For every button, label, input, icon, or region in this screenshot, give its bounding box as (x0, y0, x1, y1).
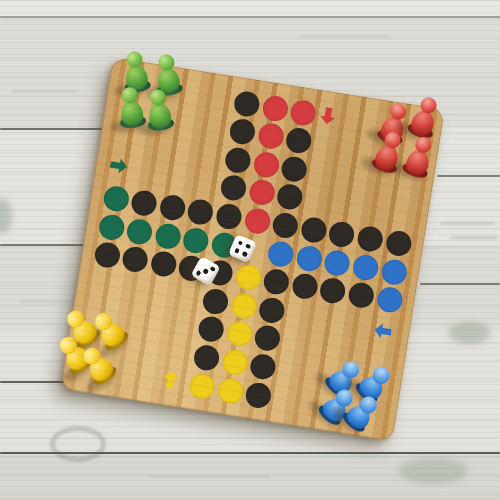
home-blue-circle[interactable] (380, 257, 409, 286)
knot-stain (50, 426, 106, 462)
track-black-circle[interactable] (149, 250, 178, 279)
wood-grain-streak (300, 35, 390, 38)
arrow-shape (109, 157, 128, 174)
home-red-circle[interactable] (243, 207, 272, 236)
ludo-board (60, 57, 444, 441)
pawn-head (413, 135, 433, 155)
track-black-circle[interactable] (319, 277, 348, 306)
track-black-circle[interactable] (253, 324, 282, 353)
pawn-head (92, 310, 116, 334)
pawn-shadow (110, 117, 145, 134)
pawn-green[interactable] (119, 50, 154, 95)
pawn-red[interactable] (399, 133, 441, 182)
red-start-arrow-icon (319, 106, 336, 125)
wood-grain-streak (440, 222, 495, 225)
pawn-base (322, 374, 350, 400)
track-black-circle[interactable] (356, 225, 385, 254)
pawn-green[interactable] (114, 85, 149, 130)
pawn-base (147, 117, 174, 132)
start-green-circle[interactable] (102, 184, 131, 213)
pawn-body (62, 342, 93, 373)
track-black-circle[interactable] (228, 117, 257, 146)
pawn-head (388, 102, 408, 122)
home-green-circle[interactable] (125, 217, 154, 246)
home-yellow-circle[interactable] (234, 263, 263, 292)
pawn-head (126, 51, 144, 69)
pawn-shadow (313, 369, 348, 400)
track-black-circle[interactable] (158, 193, 187, 222)
floor-stain (398, 458, 468, 484)
plank-gap (0, 16, 500, 18)
pawn-head (64, 307, 88, 331)
track-black-circle[interactable] (299, 216, 328, 245)
track-black-circle[interactable] (384, 229, 413, 258)
pawn-base (406, 121, 434, 140)
die-pip (195, 270, 201, 276)
pawn-base (119, 114, 146, 129)
die-showing-3[interactable] (191, 256, 221, 286)
green-start-arrow-icon (109, 157, 128, 174)
pawn-body (69, 316, 100, 347)
arrow-shape (319, 106, 336, 125)
pawn-body (356, 372, 387, 403)
wood-grain-streak (10, 90, 80, 93)
pawn-body (120, 100, 145, 127)
start-red-circle[interactable] (289, 98, 318, 127)
track-black-circle[interactable] (121, 245, 150, 274)
floor-stain (0, 198, 12, 234)
track-black-circle[interactable] (130, 189, 159, 218)
track-black-circle[interactable] (215, 202, 244, 231)
track-black-circle[interactable] (232, 89, 261, 118)
home-yellow-circle[interactable] (220, 348, 249, 377)
pawn-base (376, 128, 404, 147)
die-pip (234, 248, 240, 254)
start-yellow-circle[interactable] (188, 372, 217, 401)
die-pip (245, 243, 251, 249)
home-blue-circle[interactable] (295, 244, 324, 273)
track-black-circle[interactable] (280, 155, 309, 184)
plank-gap (437, 175, 500, 177)
track-black-circle[interactable] (201, 287, 230, 316)
track-black-circle[interactable] (290, 272, 319, 301)
pawn-head (157, 54, 175, 72)
pawn-base (124, 79, 151, 94)
pawn-base (353, 380, 381, 406)
track-black-circle[interactable] (249, 352, 278, 381)
pawn-head (57, 333, 81, 357)
track-black-circle[interactable] (276, 183, 305, 212)
yellow-start-arrow-icon (162, 370, 179, 389)
home-yellow-circle[interactable] (216, 376, 245, 405)
pawn-body (97, 319, 128, 350)
arrow-shape (162, 370, 179, 389)
pawn-body (148, 102, 173, 129)
track-black-circle[interactable] (177, 254, 206, 283)
pawn-head (80, 344, 104, 368)
pawn-head (149, 89, 167, 107)
start-blue-circle[interactable] (375, 286, 404, 315)
photo-scene (0, 0, 500, 500)
pawn-head (369, 364, 393, 388)
track-black-circle[interactable] (271, 211, 300, 240)
pawn-body (156, 67, 181, 94)
pawn-red[interactable] (373, 99, 415, 148)
pawn-shadow (365, 126, 401, 149)
die-pip (203, 268, 209, 274)
pawn-base (67, 352, 95, 377)
pawn-base (340, 409, 368, 435)
pawn-shadow (343, 375, 378, 406)
pawn-shadow (390, 160, 426, 183)
pawn-shadow (360, 155, 396, 178)
pawn-base (401, 161, 429, 180)
home-green-circle[interactable] (210, 230, 239, 259)
pawn-yellow[interactable] (73, 338, 122, 390)
pawn-head (383, 130, 403, 150)
blue-start-arrow-icon (373, 322, 392, 339)
die-showing-4[interactable] (228, 234, 257, 263)
die-pip (237, 240, 243, 246)
pawn-head (418, 95, 438, 115)
track-black-circle[interactable] (224, 146, 253, 175)
pawn-yellow[interactable] (84, 304, 133, 356)
pawn-shadow (84, 366, 119, 396)
track-black-circle[interactable] (93, 241, 122, 270)
pawn-shadow (330, 405, 365, 436)
pawn-blue[interactable] (314, 379, 364, 431)
pawn-shadow (68, 329, 103, 359)
pawn-body (378, 114, 406, 144)
track-black-circle[interactable] (192, 343, 221, 372)
pawn-base (156, 82, 183, 97)
track-black-circle[interactable] (219, 174, 248, 203)
wood-grain-streak (450, 236, 498, 239)
pawn-body (404, 147, 432, 177)
pawn-base (103, 329, 131, 354)
track-black-circle[interactable] (244, 381, 273, 410)
home-red-circle[interactable] (261, 94, 290, 123)
pawn-body (85, 353, 116, 384)
pawn-body (319, 394, 350, 425)
home-green-circle[interactable] (182, 226, 211, 255)
home-red-circle[interactable] (247, 178, 276, 207)
home-blue-circle[interactable] (267, 239, 296, 268)
pawn-head (121, 86, 139, 104)
home-blue-circle[interactable] (323, 248, 352, 277)
pawn-body (326, 366, 357, 397)
pawn-red[interactable] (368, 128, 410, 177)
floor-stain (448, 322, 490, 344)
pawn-body (409, 108, 437, 138)
wood-grain-streak (20, 300, 80, 303)
pawn-shadow (114, 81, 149, 98)
pawn-shadow (306, 398, 341, 429)
home-yellow-circle[interactable] (225, 320, 254, 349)
track-black-circle[interactable] (206, 259, 235, 288)
arrow-shape (373, 322, 392, 339)
pawn-blue[interactable] (351, 356, 401, 408)
pawn-shadow (396, 120, 432, 143)
pawn-green[interactable] (142, 88, 177, 133)
home-red-circle[interactable] (252, 150, 281, 179)
pawn-shadow (138, 119, 173, 136)
home-blue-circle[interactable] (351, 253, 380, 282)
track-black-circle[interactable] (258, 296, 287, 325)
die-pip (210, 266, 216, 272)
track-black-circle[interactable] (347, 281, 376, 310)
home-yellow-circle[interactable] (229, 291, 258, 320)
home-green-circle[interactable] (154, 221, 183, 250)
pawn-base (370, 156, 398, 175)
pawn-body (124, 64, 149, 91)
plank-gap (0, 381, 70, 383)
pawn-base (75, 326, 103, 351)
home-green-circle[interactable] (97, 213, 126, 242)
pawn-base (91, 363, 119, 388)
pawn-shadow (60, 355, 95, 385)
die-pip (242, 251, 248, 257)
pawn-head (332, 386, 356, 410)
track-black-circle[interactable] (186, 198, 215, 227)
pawn-head (356, 393, 380, 417)
pawn-blue[interactable] (338, 386, 388, 438)
pawn-shadow (146, 84, 181, 101)
pawn-base (316, 402, 344, 428)
pawn-blue[interactable] (320, 350, 370, 402)
plank-gap (420, 283, 500, 285)
pawn-green[interactable] (150, 53, 185, 98)
pawn-shadow (95, 331, 130, 361)
pawn-body (373, 142, 401, 172)
pawn-body (343, 401, 374, 432)
plank-gap (0, 128, 118, 130)
track-black-circle[interactable] (284, 126, 313, 155)
pawn-head (339, 358, 363, 382)
wood-grain-streak (150, 475, 270, 478)
track-black-circle[interactable] (328, 220, 357, 249)
track-black-circle[interactable] (262, 268, 291, 297)
track-black-circle[interactable] (197, 315, 226, 344)
home-red-circle[interactable] (256, 122, 285, 151)
